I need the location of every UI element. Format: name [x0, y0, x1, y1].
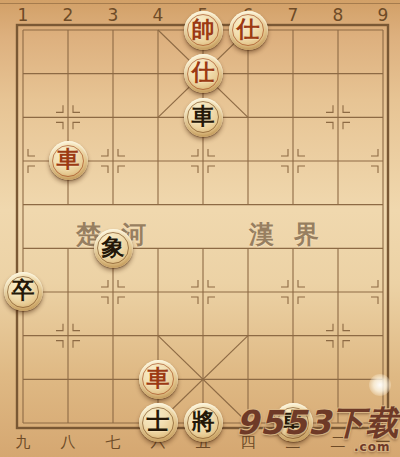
- watermark-9553: 9553下载 .com: [236, 406, 400, 439]
- piece-glyph: 車: [192, 105, 215, 128]
- piece-black-advisor[interactable]: 士: [139, 403, 178, 442]
- piece-black-chariot[interactable]: 車: [184, 98, 223, 137]
- piece-glyph: 仕: [192, 61, 215, 84]
- board-point-1-7[interactable]: 卒: [1, 270, 46, 314]
- board-point-5-1[interactable]: 帥: [181, 8, 226, 52]
- piece-glyph: 象: [102, 236, 125, 259]
- board-point-6-1[interactable]: 仕: [226, 8, 271, 52]
- piece-glyph: 車: [57, 148, 80, 171]
- piece-glyph: 卒: [12, 279, 35, 302]
- watermark-suffix: .com: [354, 441, 390, 453]
- piece-red-general[interactable]: 帥: [184, 11, 223, 50]
- piece-glyph: 士: [147, 410, 170, 433]
- board-point-5-10[interactable]: 將: [181, 401, 226, 445]
- board-point-5-3[interactable]: 車: [181, 96, 226, 140]
- board-point-5-2[interactable]: 仕: [181, 52, 226, 96]
- piece-red-chariot[interactable]: 車: [139, 360, 178, 399]
- piece-black-soldier[interactable]: 卒: [4, 272, 43, 311]
- piece-red-advisor[interactable]: 仕: [184, 54, 223, 93]
- xiangqi-app: 楚河 漢界 123456789 九八七六五四三二一 帥仕仕車車象卒車士將車 95…: [0, 0, 400, 457]
- piece-black-general[interactable]: 將: [184, 403, 223, 442]
- piece-red-chariot[interactable]: 車: [49, 141, 88, 180]
- board-point-4-9[interactable]: 車: [136, 357, 181, 401]
- piece-red-advisor[interactable]: 仕: [229, 11, 268, 50]
- watermark-text: 9553下载: [236, 403, 400, 442]
- board-point-2-4[interactable]: 車: [46, 139, 91, 183]
- board-point-4-10[interactable]: 士: [136, 401, 181, 445]
- board-point-3-6[interactable]: 象: [91, 226, 136, 270]
- piece-glyph: 將: [192, 410, 215, 433]
- piece-black-elephant[interactable]: 象: [94, 229, 133, 268]
- piece-glyph: 車: [147, 367, 170, 390]
- piece-glyph: 帥: [192, 18, 215, 41]
- xiangqi-board[interactable]: 帥仕仕車車象卒車士將車: [1, 8, 400, 445]
- piece-glyph: 仕: [237, 18, 260, 41]
